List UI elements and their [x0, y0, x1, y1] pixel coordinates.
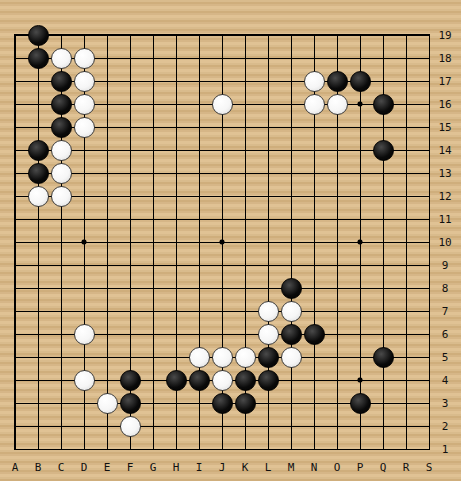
stone-black-L4[interactable] — [258, 370, 279, 391]
cell-I10[interactable] — [188, 231, 211, 254]
cell-I2[interactable] — [188, 415, 211, 438]
cell-C17[interactable] — [50, 70, 73, 93]
cell-E13[interactable] — [96, 162, 119, 185]
cell-A10[interactable] — [4, 231, 27, 254]
cell-C11[interactable] — [50, 208, 73, 231]
cell-R3[interactable] — [395, 392, 418, 415]
cell-L18[interactable] — [257, 47, 280, 70]
cell-J2[interactable] — [211, 415, 234, 438]
cell-E7[interactable] — [96, 300, 119, 323]
cell-E15[interactable] — [96, 116, 119, 139]
stone-white-M7[interactable] — [281, 301, 302, 322]
stone-black-P3[interactable] — [350, 393, 371, 414]
stone-white-I5[interactable] — [189, 347, 210, 368]
stone-white-C18[interactable] — [51, 48, 72, 69]
cell-M15[interactable] — [280, 116, 303, 139]
cell-A19[interactable] — [4, 24, 27, 47]
cell-G3[interactable] — [142, 392, 165, 415]
cell-Q16[interactable] — [372, 93, 395, 116]
cell-H5[interactable] — [165, 346, 188, 369]
cell-J16[interactable] — [211, 93, 234, 116]
cell-G5[interactable] — [142, 346, 165, 369]
cell-E9[interactable] — [96, 254, 119, 277]
cell-J15[interactable] — [211, 116, 234, 139]
cell-D1[interactable] — [73, 438, 96, 461]
cell-N10[interactable] — [303, 231, 326, 254]
cell-H11[interactable] — [165, 208, 188, 231]
cell-E1[interactable] — [96, 438, 119, 461]
stone-black-I4[interactable] — [189, 370, 210, 391]
cell-O14[interactable] — [326, 139, 349, 162]
cell-A14[interactable] — [4, 139, 27, 162]
cell-J8[interactable] — [211, 277, 234, 300]
cell-A1[interactable] — [4, 438, 27, 461]
cell-K1[interactable] — [234, 438, 257, 461]
stone-black-F3[interactable] — [120, 393, 141, 414]
cell-I5[interactable] — [188, 346, 211, 369]
cell-B16[interactable] — [27, 93, 50, 116]
cell-E18[interactable] — [96, 47, 119, 70]
cell-I15[interactable] — [188, 116, 211, 139]
cell-G11[interactable] — [142, 208, 165, 231]
cell-G13[interactable] — [142, 162, 165, 185]
stone-black-C16[interactable] — [51, 94, 72, 115]
stone-black-B13[interactable] — [28, 163, 49, 184]
cell-D2[interactable] — [73, 415, 96, 438]
cell-N17[interactable] — [303, 70, 326, 93]
stone-black-J3[interactable] — [212, 393, 233, 414]
cell-I19[interactable] — [188, 24, 211, 47]
cell-H6[interactable] — [165, 323, 188, 346]
cell-J7[interactable] — [211, 300, 234, 323]
cell-F2[interactable] — [119, 415, 142, 438]
cell-Q5[interactable] — [372, 346, 395, 369]
cell-O16[interactable] — [326, 93, 349, 116]
cell-O4[interactable] — [326, 369, 349, 392]
cell-C3[interactable] — [50, 392, 73, 415]
cell-K12[interactable] — [234, 185, 257, 208]
cell-A18[interactable] — [4, 47, 27, 70]
cell-C2[interactable] — [50, 415, 73, 438]
cell-E16[interactable] — [96, 93, 119, 116]
cell-H8[interactable] — [165, 277, 188, 300]
cell-M2[interactable] — [280, 415, 303, 438]
cell-O8[interactable] — [326, 277, 349, 300]
cell-I3[interactable] — [188, 392, 211, 415]
cell-M10[interactable] — [280, 231, 303, 254]
cell-I9[interactable] — [188, 254, 211, 277]
cell-N1[interactable] — [303, 438, 326, 461]
cell-E12[interactable] — [96, 185, 119, 208]
cell-A9[interactable] — [4, 254, 27, 277]
stone-black-H4[interactable] — [166, 370, 187, 391]
cell-K15[interactable] — [234, 116, 257, 139]
cell-R12[interactable] — [395, 185, 418, 208]
cell-A17[interactable] — [4, 70, 27, 93]
cell-F15[interactable] — [119, 116, 142, 139]
cell-K7[interactable] — [234, 300, 257, 323]
stone-black-N6[interactable] — [304, 324, 325, 345]
cell-D3[interactable] — [73, 392, 96, 415]
cell-P18[interactable] — [349, 47, 372, 70]
cell-F13[interactable] — [119, 162, 142, 185]
cell-B10[interactable] — [27, 231, 50, 254]
cell-E3[interactable] — [96, 392, 119, 415]
cell-N3[interactable] — [303, 392, 326, 415]
stone-white-L6[interactable] — [258, 324, 279, 345]
cell-D7[interactable] — [73, 300, 96, 323]
cell-Q11[interactable] — [372, 208, 395, 231]
cell-M11[interactable] — [280, 208, 303, 231]
cell-F1[interactable] — [119, 438, 142, 461]
cell-B3[interactable] — [27, 392, 50, 415]
cell-L13[interactable] — [257, 162, 280, 185]
cell-N19[interactable] — [303, 24, 326, 47]
cell-M18[interactable] — [280, 47, 303, 70]
cell-G6[interactable] — [142, 323, 165, 346]
cell-N6[interactable] — [303, 323, 326, 346]
cell-N16[interactable] — [303, 93, 326, 116]
cell-L2[interactable] — [257, 415, 280, 438]
stone-white-C13[interactable] — [51, 163, 72, 184]
cell-I6[interactable] — [188, 323, 211, 346]
cell-F8[interactable] — [119, 277, 142, 300]
cell-I11[interactable] — [188, 208, 211, 231]
cell-P8[interactable] — [349, 277, 372, 300]
cell-B12[interactable] — [27, 185, 50, 208]
cell-L17[interactable] — [257, 70, 280, 93]
cell-D9[interactable] — [73, 254, 96, 277]
stone-black-M8[interactable] — [281, 278, 302, 299]
cell-P7[interactable] — [349, 300, 372, 323]
cell-K14[interactable] — [234, 139, 257, 162]
cell-K4[interactable] — [234, 369, 257, 392]
cell-G8[interactable] — [142, 277, 165, 300]
cell-A3[interactable] — [4, 392, 27, 415]
cell-A4[interactable] — [4, 369, 27, 392]
cell-N12[interactable] — [303, 185, 326, 208]
cell-O2[interactable] — [326, 415, 349, 438]
cell-O3[interactable] — [326, 392, 349, 415]
cell-E11[interactable] — [96, 208, 119, 231]
cell-O6[interactable] — [326, 323, 349, 346]
cell-I4[interactable] — [188, 369, 211, 392]
cell-I18[interactable] — [188, 47, 211, 70]
cell-J4[interactable] — [211, 369, 234, 392]
cell-E14[interactable] — [96, 139, 119, 162]
cell-H17[interactable] — [165, 70, 188, 93]
cell-N7[interactable] — [303, 300, 326, 323]
cell-B17[interactable] — [27, 70, 50, 93]
cell-G4[interactable] — [142, 369, 165, 392]
cell-L19[interactable] — [257, 24, 280, 47]
cell-H1[interactable] — [165, 438, 188, 461]
cell-O9[interactable] — [326, 254, 349, 277]
stone-white-J16[interactable] — [212, 94, 233, 115]
cell-P15[interactable] — [349, 116, 372, 139]
cell-L6[interactable] — [257, 323, 280, 346]
cell-P5[interactable] — [349, 346, 372, 369]
cell-E17[interactable] — [96, 70, 119, 93]
cell-F11[interactable] — [119, 208, 142, 231]
cell-H16[interactable] — [165, 93, 188, 116]
cell-H15[interactable] — [165, 116, 188, 139]
cell-M6[interactable] — [280, 323, 303, 346]
stone-white-J4[interactable] — [212, 370, 233, 391]
cell-C7[interactable] — [50, 300, 73, 323]
cell-D5[interactable] — [73, 346, 96, 369]
cell-C15[interactable] — [50, 116, 73, 139]
cell-P11[interactable] — [349, 208, 372, 231]
stone-white-N17[interactable] — [304, 71, 325, 92]
cell-H2[interactable] — [165, 415, 188, 438]
cell-R10[interactable] — [395, 231, 418, 254]
cell-D16[interactable] — [73, 93, 96, 116]
cell-Q10[interactable] — [372, 231, 395, 254]
cell-J18[interactable] — [211, 47, 234, 70]
cell-Q13[interactable] — [372, 162, 395, 185]
stone-white-D4[interactable] — [74, 370, 95, 391]
cell-G18[interactable] — [142, 47, 165, 70]
cell-C5[interactable] — [50, 346, 73, 369]
cell-D17[interactable] — [73, 70, 96, 93]
stone-white-F2[interactable] — [120, 416, 141, 437]
cell-P4[interactable] — [349, 369, 372, 392]
stone-white-N16[interactable] — [304, 94, 325, 115]
cell-P1[interactable] — [349, 438, 372, 461]
cell-L9[interactable] — [257, 254, 280, 277]
cell-B5[interactable] — [27, 346, 50, 369]
cell-N8[interactable] — [303, 277, 326, 300]
cell-L7[interactable] — [257, 300, 280, 323]
cell-M16[interactable] — [280, 93, 303, 116]
cell-J3[interactable] — [211, 392, 234, 415]
cell-K16[interactable] — [234, 93, 257, 116]
cell-O15[interactable] — [326, 116, 349, 139]
cell-G16[interactable] — [142, 93, 165, 116]
cell-J6[interactable] — [211, 323, 234, 346]
cell-R11[interactable] — [395, 208, 418, 231]
cell-D18[interactable] — [73, 47, 96, 70]
cell-I7[interactable] — [188, 300, 211, 323]
cell-F16[interactable] — [119, 93, 142, 116]
cell-Q18[interactable] — [372, 47, 395, 70]
cell-O19[interactable] — [326, 24, 349, 47]
cell-O18[interactable] — [326, 47, 349, 70]
cell-C1[interactable] — [50, 438, 73, 461]
cell-P13[interactable] — [349, 162, 372, 185]
cell-G17[interactable] — [142, 70, 165, 93]
cell-G15[interactable] — [142, 116, 165, 139]
cell-R2[interactable] — [395, 415, 418, 438]
cell-C19[interactable] — [50, 24, 73, 47]
stone-black-O17[interactable] — [327, 71, 348, 92]
cell-A15[interactable] — [4, 116, 27, 139]
cell-N14[interactable] — [303, 139, 326, 162]
cell-O5[interactable] — [326, 346, 349, 369]
cell-R15[interactable] — [395, 116, 418, 139]
cell-R4[interactable] — [395, 369, 418, 392]
cell-D12[interactable] — [73, 185, 96, 208]
cell-E10[interactable] — [96, 231, 119, 254]
cell-J17[interactable] — [211, 70, 234, 93]
cell-H10[interactable] — [165, 231, 188, 254]
cell-E6[interactable] — [96, 323, 119, 346]
cell-R5[interactable] — [395, 346, 418, 369]
cell-C13[interactable] — [50, 162, 73, 185]
cell-O12[interactable] — [326, 185, 349, 208]
cell-K6[interactable] — [234, 323, 257, 346]
cell-Q12[interactable] — [372, 185, 395, 208]
cell-B2[interactable] — [27, 415, 50, 438]
cell-N2[interactable] — [303, 415, 326, 438]
cell-J10[interactable] — [211, 231, 234, 254]
cell-D19[interactable] — [73, 24, 96, 47]
cell-O17[interactable] — [326, 70, 349, 93]
cell-O1[interactable] — [326, 438, 349, 461]
cell-D13[interactable] — [73, 162, 96, 185]
stone-white-D17[interactable] — [74, 71, 95, 92]
cell-I12[interactable] — [188, 185, 211, 208]
cell-Q6[interactable] — [372, 323, 395, 346]
cell-J19[interactable] — [211, 24, 234, 47]
stone-black-B14[interactable] — [28, 140, 49, 161]
stone-white-C14[interactable] — [51, 140, 72, 161]
cell-E5[interactable] — [96, 346, 119, 369]
cell-N9[interactable] — [303, 254, 326, 277]
cell-H12[interactable] — [165, 185, 188, 208]
stone-black-F4[interactable] — [120, 370, 141, 391]
cell-P10[interactable] — [349, 231, 372, 254]
cell-Q8[interactable] — [372, 277, 395, 300]
cell-K19[interactable] — [234, 24, 257, 47]
stone-white-B12[interactable] — [28, 186, 49, 207]
stone-black-K4[interactable] — [235, 370, 256, 391]
cell-R6[interactable] — [395, 323, 418, 346]
cell-A7[interactable] — [4, 300, 27, 323]
cell-I13[interactable] — [188, 162, 211, 185]
cell-L8[interactable] — [257, 277, 280, 300]
stone-white-D16[interactable] — [74, 94, 95, 115]
cell-E8[interactable] — [96, 277, 119, 300]
cell-M13[interactable] — [280, 162, 303, 185]
cell-L5[interactable] — [257, 346, 280, 369]
cell-R9[interactable] — [395, 254, 418, 277]
cell-B14[interactable] — [27, 139, 50, 162]
stone-white-L7[interactable] — [258, 301, 279, 322]
cell-J11[interactable] — [211, 208, 234, 231]
cell-K8[interactable] — [234, 277, 257, 300]
cell-A12[interactable] — [4, 185, 27, 208]
cell-R16[interactable] — [395, 93, 418, 116]
cell-Q1[interactable] — [372, 438, 395, 461]
cell-B9[interactable] — [27, 254, 50, 277]
cell-K17[interactable] — [234, 70, 257, 93]
cell-C4[interactable] — [50, 369, 73, 392]
cell-P9[interactable] — [349, 254, 372, 277]
cell-O11[interactable] — [326, 208, 349, 231]
cell-P16[interactable] — [349, 93, 372, 116]
cell-J12[interactable] — [211, 185, 234, 208]
cell-R13[interactable] — [395, 162, 418, 185]
cell-P14[interactable] — [349, 139, 372, 162]
cell-M17[interactable] — [280, 70, 303, 93]
cell-F18[interactable] — [119, 47, 142, 70]
cell-J9[interactable] — [211, 254, 234, 277]
cell-J1[interactable] — [211, 438, 234, 461]
cell-D4[interactable] — [73, 369, 96, 392]
cell-K3[interactable] — [234, 392, 257, 415]
cell-E4[interactable] — [96, 369, 119, 392]
cell-K11[interactable] — [234, 208, 257, 231]
cell-G2[interactable] — [142, 415, 165, 438]
stone-white-D6[interactable] — [74, 324, 95, 345]
cell-J5[interactable] — [211, 346, 234, 369]
stone-black-P17[interactable] — [350, 71, 371, 92]
cell-F19[interactable] — [119, 24, 142, 47]
cell-M19[interactable] — [280, 24, 303, 47]
cell-H7[interactable] — [165, 300, 188, 323]
cell-D10[interactable] — [73, 231, 96, 254]
cell-M14[interactable] — [280, 139, 303, 162]
cell-C14[interactable] — [50, 139, 73, 162]
cell-P12[interactable] — [349, 185, 372, 208]
cell-R14[interactable] — [395, 139, 418, 162]
cell-M8[interactable] — [280, 277, 303, 300]
cell-P2[interactable] — [349, 415, 372, 438]
cell-I16[interactable] — [188, 93, 211, 116]
cell-F12[interactable] — [119, 185, 142, 208]
cell-B4[interactable] — [27, 369, 50, 392]
stone-white-M5[interactable] — [281, 347, 302, 368]
cell-A16[interactable] — [4, 93, 27, 116]
cell-G9[interactable] — [142, 254, 165, 277]
cell-M9[interactable] — [280, 254, 303, 277]
cell-N15[interactable] — [303, 116, 326, 139]
cell-H13[interactable] — [165, 162, 188, 185]
cell-R7[interactable] — [395, 300, 418, 323]
stone-black-Q16[interactable] — [373, 94, 394, 115]
cell-E19[interactable] — [96, 24, 119, 47]
cell-K13[interactable] — [234, 162, 257, 185]
cell-J13[interactable] — [211, 162, 234, 185]
cell-G10[interactable] — [142, 231, 165, 254]
cell-C16[interactable] — [50, 93, 73, 116]
cell-Q15[interactable] — [372, 116, 395, 139]
stone-white-O16[interactable] — [327, 94, 348, 115]
cell-A11[interactable] — [4, 208, 27, 231]
cell-R17[interactable] — [395, 70, 418, 93]
cell-B18[interactable] — [27, 47, 50, 70]
cell-Q2[interactable] — [372, 415, 395, 438]
cell-A13[interactable] — [4, 162, 27, 185]
stone-black-C15[interactable] — [51, 117, 72, 138]
cell-H9[interactable] — [165, 254, 188, 277]
cell-N13[interactable] — [303, 162, 326, 185]
cell-B6[interactable] — [27, 323, 50, 346]
cell-O13[interactable] — [326, 162, 349, 185]
cell-K5[interactable] — [234, 346, 257, 369]
stone-black-B19[interactable] — [28, 25, 49, 46]
cell-M4[interactable] — [280, 369, 303, 392]
cell-P3[interactable] — [349, 392, 372, 415]
cell-N5[interactable] — [303, 346, 326, 369]
cell-F10[interactable] — [119, 231, 142, 254]
cell-B1[interactable] — [27, 438, 50, 461]
cell-L10[interactable] — [257, 231, 280, 254]
cell-J14[interactable] — [211, 139, 234, 162]
cell-C10[interactable] — [50, 231, 73, 254]
